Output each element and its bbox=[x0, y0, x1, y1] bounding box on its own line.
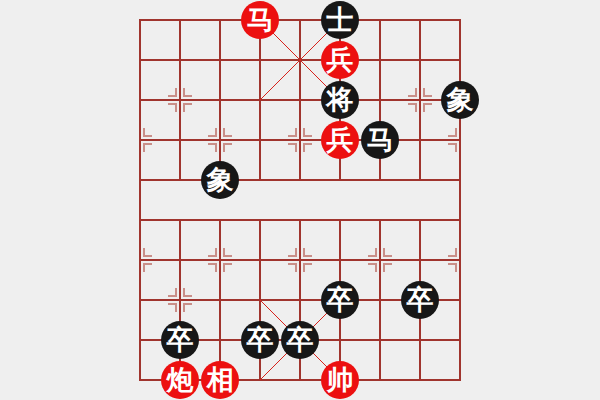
piece-black-elephant-2[interactable]: 象 bbox=[201, 161, 239, 199]
piece-black-horse[interactable]: 马 bbox=[361, 121, 399, 159]
piece-red-pawn-1[interactable]: 兵 bbox=[321, 41, 359, 79]
piece-black-advisor[interactable]: 士 bbox=[321, 1, 359, 39]
piece-red-general[interactable]: 帅 bbox=[321, 361, 359, 399]
piece-layer[interactable]: 马士兵将象兵马象卒卒卒卒卒炮相帅 bbox=[120, 0, 480, 400]
piece-black-general[interactable]: 将 bbox=[321, 81, 359, 119]
piece-black-pawn-1[interactable]: 卒 bbox=[321, 281, 359, 319]
piece-black-pawn-4[interactable]: 卒 bbox=[241, 321, 279, 359]
piece-black-pawn-3[interactable]: 卒 bbox=[161, 321, 199, 359]
piece-black-pawn-5[interactable]: 卒 bbox=[281, 321, 319, 359]
piece-black-pawn-2[interactable]: 卒 bbox=[401, 281, 439, 319]
xiangqi-board-screen: 马士兵将象兵马象卒卒卒卒卒炮相帅 bbox=[0, 0, 600, 400]
piece-red-horse[interactable]: 马 bbox=[241, 1, 279, 39]
piece-red-elephant[interactable]: 相 bbox=[201, 361, 239, 399]
piece-red-cannon[interactable]: 炮 bbox=[161, 361, 199, 399]
piece-black-elephant-1[interactable]: 象 bbox=[441, 81, 479, 119]
piece-red-pawn-2[interactable]: 兵 bbox=[321, 121, 359, 159]
